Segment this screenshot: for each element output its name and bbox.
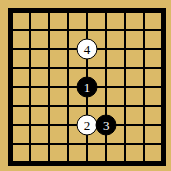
stone-white-move-2[interactable]: 2 <box>77 115 98 136</box>
stone-black-move-1[interactable]: 1 <box>77 77 98 98</box>
stone-black-move-3[interactable]: 3 <box>96 115 117 136</box>
go-diagram-screen: 1234 <box>0 0 171 171</box>
stones-layer: 1234 <box>0 0 171 171</box>
stone-white-move-4[interactable]: 4 <box>77 38 98 59</box>
